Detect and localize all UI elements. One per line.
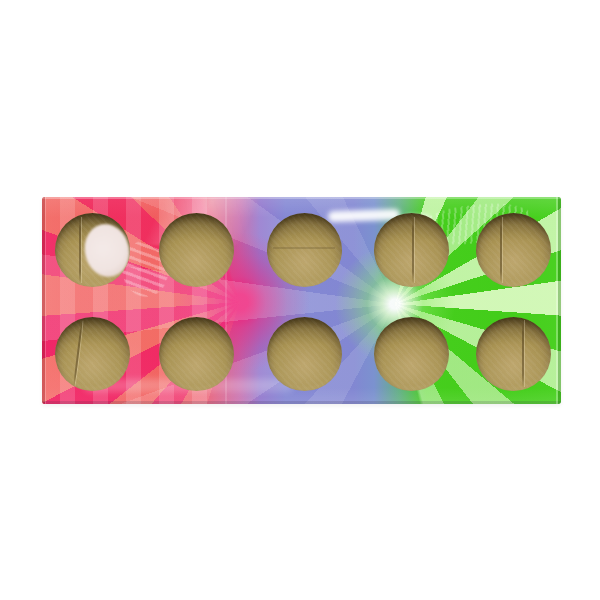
photo-scene: [0, 0, 600, 600]
cardboard-edges: [42, 197, 561, 404]
game-board-tray: [42, 197, 561, 404]
